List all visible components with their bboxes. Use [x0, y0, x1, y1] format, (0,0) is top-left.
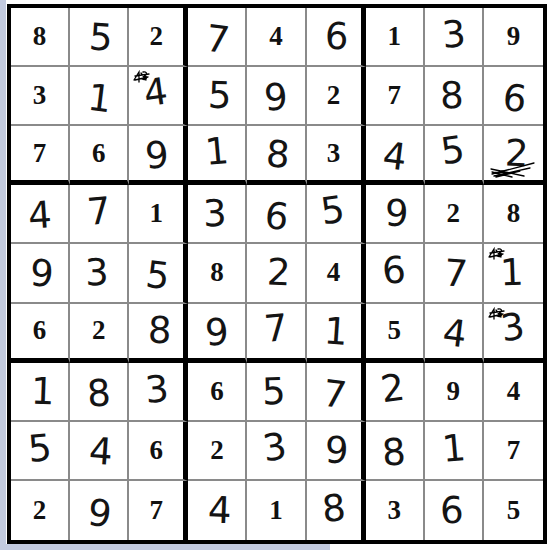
handwritten-digit: 5: [143, 256, 171, 296]
cell-r2c9[interactable]: 6: [484, 67, 543, 126]
handwritten-digit: 3: [440, 15, 467, 54]
cell-r9c2[interactable]: 9: [70, 481, 129, 540]
handwritten-digit: 5: [438, 130, 466, 170]
handwritten-digit: 4: [27, 197, 53, 236]
cell-r3c4[interactable]: 1: [188, 126, 247, 185]
handwritten-digit: 5: [26, 429, 53, 468]
cell-r4c5[interactable]: 6: [247, 185, 306, 244]
handwritten-digit: 7: [321, 374, 349, 414]
cell-r6c2[interactable]: 2: [70, 304, 129, 363]
cell-r2c7[interactable]: 7: [366, 67, 425, 126]
handwritten-digit: 9: [29, 255, 55, 294]
handwritten-digit: 3: [261, 427, 289, 467]
cell-r2c2[interactable]: 1: [70, 67, 129, 126]
handwritten-digit: 6: [324, 18, 349, 56]
printed-digit: 5: [387, 317, 401, 344]
printed-digit: 3: [327, 140, 341, 167]
cell-r8c3[interactable]: 6: [129, 422, 188, 481]
cell-r2c6[interactable]: 2: [307, 67, 366, 126]
handwritten-digit: 9: [143, 136, 169, 175]
handwritten-digit: 3: [202, 195, 227, 233]
cell-r4c9[interactable]: 8: [484, 185, 543, 244]
cell-r9c3[interactable]: 7: [129, 481, 188, 540]
handwritten-digit: 9: [263, 78, 289, 117]
cell-r2c5[interactable]: 9: [247, 67, 306, 126]
cell-r7c8[interactable]: 9: [425, 363, 484, 422]
cell-r6c8[interactable]: 4: [425, 304, 484, 363]
cell-r7c2[interactable]: 8: [70, 363, 129, 422]
printed-digit: 2: [92, 317, 106, 344]
printed-digit: 6: [150, 437, 164, 464]
cell-r8c4[interactable]: 2: [188, 422, 247, 481]
printed-digit: 3: [33, 82, 47, 109]
handwritten-digit: 2: [267, 254, 292, 292]
cell-r8c5[interactable]: 3: [247, 422, 306, 481]
printed-digit: 4: [507, 378, 521, 405]
handwritten-digit: 1: [86, 79, 114, 119]
handwritten-digit: 3: [84, 254, 109, 292]
printed-digit: 2: [150, 23, 164, 50]
cell-r4c3[interactable]: 1: [129, 185, 188, 244]
cell-r9c9[interactable]: 5: [484, 481, 543, 540]
cell-r4c6[interactable]: 5: [307, 185, 366, 244]
cell-r4c4[interactable]: 3: [188, 185, 247, 244]
printed-digit: 8: [507, 200, 521, 227]
cell-r6c9[interactable]: 3: [484, 304, 543, 363]
printed-digit: 6: [92, 140, 106, 167]
cell-r7c3[interactable]: 3: [129, 363, 188, 422]
cell-r8c7[interactable]: 8: [366, 422, 425, 481]
handwritten-digit: 4: [381, 136, 409, 176]
printed-digit: 5: [507, 497, 521, 524]
cell-r7c1[interactable]: 1: [11, 363, 70, 422]
printed-digit: 7: [387, 82, 401, 109]
printed-digit: 2: [327, 82, 341, 109]
page-edge-strip-left: [0, 0, 6, 550]
cell-r5c7[interactable]: 6: [366, 244, 425, 303]
handwritten-digit: 7: [204, 20, 232, 60]
cell-r6c4[interactable]: 9: [188, 304, 247, 363]
handwritten-digit: 7: [263, 309, 290, 348]
handwritten-digit: 4: [88, 432, 114, 471]
printed-digit: 2: [447, 200, 461, 227]
cell-r6c1[interactable]: 6: [11, 304, 70, 363]
cell-r9c1[interactable]: 2: [11, 481, 70, 540]
handwritten-digit: 1: [499, 254, 524, 292]
handwritten-digit: 8: [381, 433, 407, 472]
cell-r8c1[interactable]: 5: [11, 422, 70, 481]
printed-digit: 1: [387, 23, 401, 50]
cell-r9c5[interactable]: 1: [247, 481, 306, 540]
cell-r5c9[interactable]: 1: [484, 244, 543, 303]
handwritten-digit: 9: [324, 431, 349, 469]
cell-r3c9[interactable]: 2: [484, 126, 543, 185]
printed-digit: 9: [507, 23, 521, 50]
printed-digit: 6: [33, 317, 47, 344]
cell-r5c2[interactable]: 3: [70, 244, 129, 303]
handwritten-digit: 4: [440, 314, 468, 354]
handwritten-digit: 1: [323, 312, 349, 351]
handwritten-digit: 4: [207, 492, 232, 530]
printed-digit: 8: [33, 23, 47, 50]
printed-digit: 8: [210, 259, 224, 286]
printed-digit: 3: [387, 497, 401, 524]
cell-r5c3[interactable]: 5: [129, 244, 188, 303]
cell-r4c2[interactable]: 7: [70, 185, 129, 244]
cell-r1c1[interactable]: 8: [11, 8, 70, 67]
cell-r7c4[interactable]: 6: [188, 363, 247, 422]
cell-r9c6[interactable]: 8: [307, 481, 366, 540]
handwritten-digit: 2: [379, 368, 407, 408]
handwritten-digit: 4: [141, 73, 169, 113]
cell-r2c8[interactable]: 8: [425, 67, 484, 126]
cell-r1c3[interactable]: 2: [129, 8, 188, 67]
handwritten-digit: 7: [85, 192, 112, 231]
cell-r4c1[interactable]: 4: [11, 185, 70, 244]
handwritten-digit: 8: [320, 489, 347, 528]
cell-r3c6[interactable]: 3: [307, 126, 366, 185]
handwritten-digit: 5: [88, 18, 114, 57]
cell-r7c5[interactable]: 5: [247, 363, 306, 422]
cell-r3c2[interactable]: 6: [70, 126, 129, 185]
cell-r5c5[interactable]: 2: [247, 244, 306, 303]
cell-r6c7[interactable]: 5: [366, 304, 425, 363]
cell-r9c8[interactable]: 6: [425, 481, 484, 540]
handwritten-digit: 6: [500, 79, 528, 119]
printed-digit: 6: [210, 378, 224, 405]
handwritten-digit: 3: [498, 308, 526, 348]
cell-r8c6[interactable]: 9: [307, 422, 366, 481]
printed-digit: 2: [210, 437, 224, 464]
cell-r7c7[interactable]: 2: [366, 363, 425, 422]
handwritten-digit: 8: [439, 77, 464, 115]
handwritten-digit: 6: [439, 492, 464, 530]
printed-digit: 7: [33, 140, 47, 167]
handwritten-digit: 6: [381, 252, 408, 291]
handwritten-digit: 2: [504, 134, 529, 172]
cell-r9c4[interactable]: 4: [188, 481, 247, 540]
handwritten-digit: 9: [204, 313, 230, 352]
cell-r3c8[interactable]: 5: [425, 126, 484, 185]
cell-r3c3[interactable]: 9: [129, 126, 188, 185]
handwritten-digit: 5: [318, 191, 346, 231]
handwritten-digit: 7: [442, 255, 468, 294]
cell-r2c4[interactable]: 5: [188, 67, 247, 126]
cell-r7c9[interactable]: 4: [484, 363, 543, 422]
cell-r3c1[interactable]: 7: [11, 126, 70, 185]
handwritten-digit: 8: [86, 374, 112, 413]
cell-r6c6[interactable]: 1: [307, 304, 366, 363]
printed-digit: 7: [507, 437, 521, 464]
handwritten-digit: 9: [385, 195, 410, 233]
cell-r9c7[interactable]: 3: [366, 481, 425, 540]
cell-r8c8[interactable]: 1: [425, 422, 484, 481]
handwritten-digit: 1: [30, 372, 55, 410]
handwritten-digit: 1: [204, 132, 231, 171]
cell-r6c5[interactable]: 7: [247, 304, 306, 363]
handwritten-digit: 8: [147, 312, 172, 350]
cell-r6c3[interactable]: 8: [129, 304, 188, 363]
handwritten-digit: 3: [143, 370, 170, 409]
printed-digit: 4: [269, 23, 283, 50]
handwritten-digit: 5: [207, 77, 232, 115]
printed-digit: 7: [150, 497, 164, 524]
printed-digit: 2: [33, 497, 47, 524]
printed-digit: 1: [150, 200, 164, 227]
cell-r5c8[interactable]: 7: [425, 244, 484, 303]
cell-r1c5[interactable]: 4: [247, 8, 306, 67]
cell-r1c8[interactable]: 3: [425, 8, 484, 67]
handwritten-digit: 1: [440, 429, 467, 468]
cell-r4c8[interactable]: 2: [425, 185, 484, 244]
cell-r1c7[interactable]: 1: [366, 8, 425, 67]
cell-r5c1[interactable]: 9: [11, 244, 70, 303]
cell-r1c4[interactable]: 7: [188, 8, 247, 67]
page-edge-strip-bottom: [0, 544, 330, 550]
cell-r5c4[interactable]: 8: [188, 244, 247, 303]
cell-r7c6[interactable]: 7: [307, 363, 366, 422]
cell-r1c9[interactable]: 9: [484, 8, 543, 67]
sudoku-board: 8527461393145927867691834524713659289358…: [7, 4, 547, 544]
cell-r8c9[interactable]: 7: [484, 422, 543, 481]
cell-r1c6[interactable]: 6: [307, 8, 366, 67]
cell-r5c6[interactable]: 4: [307, 244, 366, 303]
printed-digit: 9: [447, 378, 461, 405]
handwritten-digit: 5: [262, 372, 287, 410]
cell-r8c2[interactable]: 4: [70, 422, 129, 481]
handwritten-digit: 8: [265, 135, 291, 174]
cell-r2c3[interactable]: 4: [129, 67, 188, 126]
cell-r4c7[interactable]: 9: [366, 185, 425, 244]
cell-r3c7[interactable]: 4: [366, 126, 425, 185]
cell-r1c2[interactable]: 5: [70, 8, 129, 67]
cell-r2c1[interactable]: 3: [11, 67, 70, 126]
handwritten-digit: 9: [86, 494, 114, 534]
cell-r3c5[interactable]: 8: [247, 126, 306, 185]
printed-digit: 4: [327, 259, 341, 286]
printed-digit: 1: [269, 497, 283, 524]
handwritten-digit: 6: [263, 197, 291, 237]
